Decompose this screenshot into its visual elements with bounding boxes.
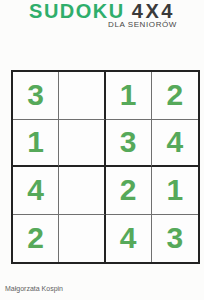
author-name: Małgorzata Kospin [5,285,63,292]
sudoku-cell-r1c1: 3 [13,72,59,120]
sudoku-cell-r2c1: 1 [13,120,59,168]
sudoku-cell-r4c4: 3 [152,215,198,263]
cell-digit: 4 [167,127,184,157]
sudoku-cell-r1c4: 2 [152,72,198,120]
cell-digit: 2 [167,80,184,110]
sudoku-board: 312134421243 [11,70,200,264]
page-title: SUDOKU 4X4 [0,1,204,21]
sudoku-cell-r2c2 [59,120,105,168]
sudoku-cell-r4c3: 4 [106,215,152,263]
title-4x4: 4X4 [132,0,175,22]
cell-digit: 2 [120,175,137,205]
cell-digit: 1 [167,175,184,205]
cell-digit: 1 [27,127,44,157]
sudoku-cell-r3c2 [59,167,105,215]
sudoku-cell-r3c3: 2 [106,167,152,215]
cell-digit: 4 [27,175,44,205]
cell-digit: 2 [27,223,44,253]
sudoku-cell-r3c1: 4 [13,167,59,215]
sudoku-cell-r1c3: 1 [106,72,152,120]
title-sudoku: SUDOKU [29,0,125,22]
cell-digit: 3 [167,223,184,253]
cell-digit: 3 [27,80,44,110]
book-cover-page: SUDOKU 4X4 DLA SENIORÓW 312134421243 Mał… [0,0,204,300]
sudoku-cell-r4c1: 2 [13,215,59,263]
cell-digit: 4 [120,223,137,253]
sudoku-cell-r2c3: 3 [106,120,152,168]
cell-digit: 1 [120,80,137,110]
sudoku-cell-r2c4: 4 [152,120,198,168]
sudoku-cell-r4c2 [59,215,105,263]
subtitle-dla-seniorow: DLA SENIORÓW [108,21,177,29]
sudoku-cell-r3c4: 1 [152,167,198,215]
sudoku-cell-r1c2 [59,72,105,120]
cell-digit: 3 [120,127,137,157]
